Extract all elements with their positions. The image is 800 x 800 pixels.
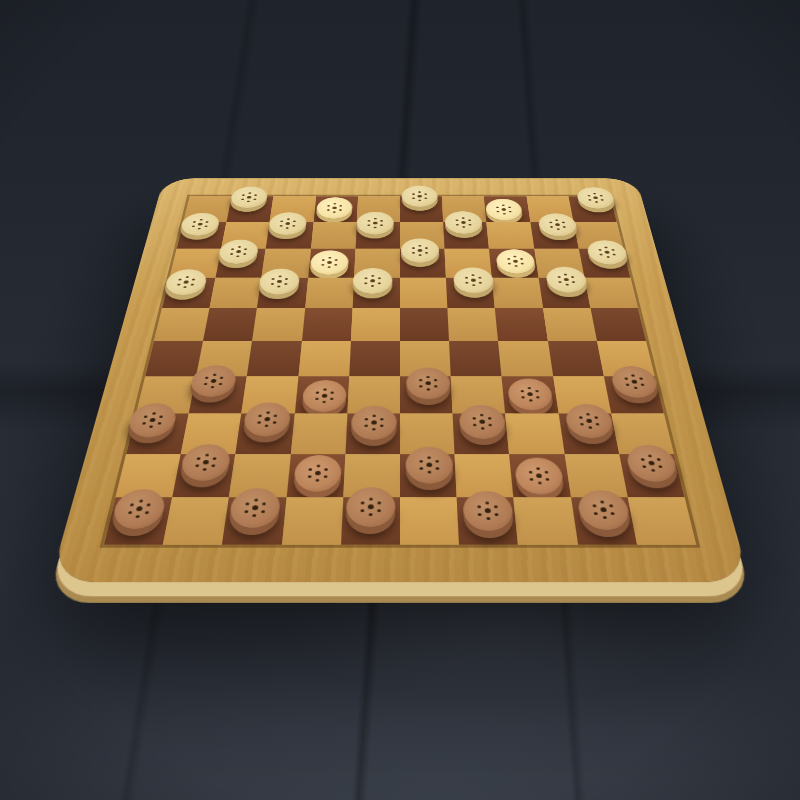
burned-rosette-mark-icon bbox=[471, 279, 476, 282]
square[interactable] bbox=[305, 278, 354, 309]
square[interactable] bbox=[453, 414, 510, 454]
piece-light-man[interactable] bbox=[268, 212, 308, 235]
square[interactable] bbox=[216, 249, 266, 278]
burned-rosette-mark-icon bbox=[484, 508, 490, 513]
piece-light-man[interactable] bbox=[357, 212, 395, 235]
burned-rosette-mark-icon bbox=[586, 419, 592, 423]
burned-rosette-mark-icon bbox=[285, 222, 290, 225]
piece-light-man[interactable] bbox=[401, 239, 440, 263]
square[interactable] bbox=[400, 308, 449, 341]
square[interactable] bbox=[104, 498, 172, 545]
draughts-board bbox=[50, 178, 750, 582]
square[interactable] bbox=[313, 196, 358, 221]
piece-dark-man[interactable] bbox=[514, 458, 565, 495]
photo-scene bbox=[0, 0, 800, 800]
piece-light-man[interactable] bbox=[310, 251, 350, 275]
burned-rosette-mark-icon bbox=[513, 260, 518, 263]
square[interactable] bbox=[489, 249, 538, 278]
piece-dark-man[interactable] bbox=[610, 366, 661, 398]
burned-rosette-mark-icon bbox=[327, 261, 332, 264]
square[interactable] bbox=[145, 341, 203, 376]
square[interactable] bbox=[257, 278, 308, 309]
burned-rosette-mark-icon bbox=[277, 280, 282, 283]
square[interactable] bbox=[579, 249, 631, 278]
burned-rosette-mark-icon bbox=[417, 249, 422, 252]
square[interactable] bbox=[177, 222, 227, 249]
burned-rosette-mark-icon bbox=[368, 504, 374, 509]
square[interactable] bbox=[311, 222, 357, 249]
burned-rosette-mark-icon bbox=[593, 197, 598, 200]
square[interactable] bbox=[400, 249, 446, 278]
square[interactable] bbox=[510, 454, 571, 498]
square[interactable] bbox=[448, 308, 499, 341]
square[interactable] bbox=[247, 341, 301, 376]
square[interactable] bbox=[446, 278, 495, 309]
burned-rosette-mark-icon bbox=[564, 278, 569, 281]
square[interactable] bbox=[400, 376, 453, 414]
square[interactable] bbox=[172, 454, 235, 498]
square[interactable] bbox=[400, 278, 448, 309]
piece-dark-man[interactable] bbox=[462, 491, 514, 531]
square[interactable] bbox=[498, 341, 552, 376]
square[interactable] bbox=[492, 278, 543, 309]
square[interactable] bbox=[294, 376, 349, 414]
burned-rosette-mark-icon bbox=[501, 208, 506, 211]
burned-rosette-mark-icon bbox=[461, 221, 466, 224]
piece-dark-man[interactable] bbox=[406, 368, 450, 400]
square[interactable] bbox=[443, 222, 489, 249]
burned-rosette-mark-icon bbox=[527, 392, 533, 396]
square[interactable] bbox=[548, 341, 604, 376]
board-perspective-wrap bbox=[50, 178, 750, 582]
square[interactable] bbox=[298, 341, 351, 376]
burned-rosette-mark-icon bbox=[252, 505, 259, 510]
piece-light-man[interactable] bbox=[258, 269, 301, 295]
square[interactable] bbox=[604, 376, 664, 414]
square[interactable] bbox=[222, 498, 286, 545]
square[interactable] bbox=[210, 278, 262, 309]
piece-dark-man[interactable] bbox=[302, 380, 348, 412]
burned-rosette-mark-icon bbox=[149, 418, 155, 422]
burned-rosette-mark-icon bbox=[479, 420, 485, 424]
square[interactable] bbox=[543, 308, 597, 341]
burned-rosette-mark-icon bbox=[315, 471, 321, 475]
square[interactable] bbox=[227, 196, 274, 221]
burned-rosette-mark-icon bbox=[202, 460, 209, 464]
burned-rosette-mark-icon bbox=[605, 251, 610, 254]
piece-dark-man[interactable] bbox=[125, 404, 178, 438]
piece-light-man[interactable] bbox=[453, 268, 494, 294]
square[interactable] bbox=[345, 414, 400, 454]
square[interactable] bbox=[352, 278, 400, 309]
burned-rosette-mark-icon bbox=[555, 223, 560, 226]
square[interactable] bbox=[538, 278, 590, 309]
square[interactable] bbox=[571, 498, 637, 545]
square[interactable] bbox=[530, 222, 579, 249]
burned-rosette-mark-icon bbox=[600, 507, 607, 512]
square[interactable] bbox=[308, 249, 355, 278]
square[interactable] bbox=[514, 498, 578, 545]
burned-rosette-mark-icon bbox=[426, 463, 432, 467]
piece-light-man[interactable] bbox=[576, 187, 617, 208]
piece-dark-man[interactable] bbox=[346, 487, 396, 527]
burned-rosette-mark-icon bbox=[135, 506, 142, 511]
square[interactable] bbox=[457, 498, 519, 545]
burned-rosette-mark-icon bbox=[372, 421, 378, 425]
piece-dark-man[interactable] bbox=[293, 455, 342, 492]
burned-rosette-mark-icon bbox=[332, 207, 337, 210]
burned-rosette-mark-icon bbox=[417, 195, 421, 198]
square[interactable] bbox=[584, 278, 638, 309]
square[interactable] bbox=[290, 414, 347, 454]
square[interactable] bbox=[266, 222, 313, 249]
square[interactable] bbox=[400, 454, 457, 498]
piece-light-man[interactable] bbox=[229, 187, 269, 208]
square[interactable] bbox=[355, 222, 400, 249]
square[interactable] bbox=[590, 308, 646, 341]
square[interactable] bbox=[282, 498, 344, 545]
burned-rosette-mark-icon bbox=[322, 394, 328, 398]
square[interactable] bbox=[252, 308, 304, 341]
piece-light-man[interactable] bbox=[495, 250, 536, 274]
square[interactable] bbox=[506, 414, 565, 454]
square[interactable] bbox=[189, 376, 247, 414]
burned-rosette-mark-icon bbox=[371, 279, 376, 282]
square[interactable] bbox=[286, 454, 345, 498]
square[interactable] bbox=[487, 222, 534, 249]
burned-rosette-mark-icon bbox=[373, 222, 378, 225]
square[interactable] bbox=[163, 498, 229, 545]
square[interactable] bbox=[619, 454, 684, 498]
burned-rosette-mark-icon bbox=[649, 461, 656, 465]
square[interactable] bbox=[495, 308, 547, 341]
piece-light-man[interactable] bbox=[217, 240, 259, 264]
square[interactable] bbox=[568, 196, 616, 221]
piece-light-man[interactable] bbox=[586, 241, 630, 265]
square[interactable] bbox=[628, 498, 696, 545]
burned-rosette-mark-icon bbox=[247, 196, 252, 199]
piece-light-man[interactable] bbox=[353, 268, 393, 294]
square[interactable] bbox=[351, 308, 400, 341]
burned-rosette-mark-icon bbox=[210, 379, 216, 383]
piece-light-man[interactable] bbox=[401, 186, 437, 207]
square[interactable] bbox=[126, 414, 189, 454]
square[interactable] bbox=[162, 278, 216, 309]
piece-light-man[interactable] bbox=[316, 197, 353, 218]
piece-dark-man[interactable] bbox=[179, 444, 232, 481]
square[interactable] bbox=[349, 341, 400, 376]
piece-light-man[interactable] bbox=[444, 211, 483, 234]
square[interactable] bbox=[484, 196, 530, 221]
square[interactable] bbox=[341, 498, 400, 545]
burned-rosette-mark-icon bbox=[183, 281, 189, 284]
burned-rosette-mark-icon bbox=[425, 381, 430, 385]
square[interactable] bbox=[400, 498, 459, 545]
square[interactable] bbox=[502, 376, 558, 414]
burned-rosette-mark-icon bbox=[264, 418, 270, 422]
square[interactable] bbox=[449, 341, 502, 376]
burned-rosette-mark-icon bbox=[536, 474, 542, 478]
square[interactable] bbox=[154, 308, 210, 341]
piece-dark-man[interactable] bbox=[507, 378, 554, 410]
burned-rosette-mark-icon bbox=[197, 223, 202, 226]
square[interactable] bbox=[400, 196, 443, 221]
burned-rosette-mark-icon bbox=[236, 250, 241, 253]
board-grid bbox=[104, 196, 696, 544]
square[interactable] bbox=[302, 308, 353, 341]
square[interactable] bbox=[203, 308, 257, 341]
square[interactable] bbox=[236, 414, 295, 454]
piece-dark-man[interactable] bbox=[351, 406, 397, 440]
piece-light-man[interactable] bbox=[485, 199, 523, 221]
square[interactable] bbox=[558, 414, 619, 454]
piece-dark-man[interactable] bbox=[405, 447, 453, 484]
burned-rosette-mark-icon bbox=[632, 380, 638, 384]
